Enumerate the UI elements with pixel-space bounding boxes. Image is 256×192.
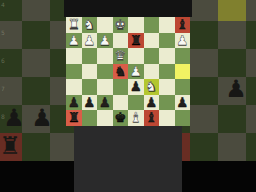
square-g1: ♞ [82,17,98,33]
square-g6: ♟ [82,95,98,111]
dim-black-pawn-icon: ♟ [222,75,250,103]
square-h7: ♜ [66,110,82,126]
square-a7 [175,110,191,126]
square-e4: ♞ [113,64,129,80]
square-c3 [144,48,160,64]
dim-black-rook-icon: ♜ [0,132,24,160]
square-b4 [159,64,175,80]
white-knight-icon: ♞ [82,17,98,33]
white-pawn-icon: ♟ [175,33,191,49]
square-b5 [159,79,175,95]
square-e7: ♚ [113,110,129,126]
white-queen-icon: ♛ [113,48,129,64]
dim-rank-coordinate: 4 [1,1,5,8]
video-bottom-area [74,126,182,192]
white-pawn-icon: ♟ [128,64,144,80]
square-f7 [97,110,113,126]
dim-rank-coordinate: 7 [1,85,5,92]
square-a3 [175,48,191,64]
white-pawn-icon: ♟ [66,33,82,49]
black-pawn-icon: ♟ [144,95,160,111]
square-g7 [82,110,98,126]
square-c7: ♝ [144,110,160,126]
white-pawn-icon: ♟ [82,33,98,49]
square-a6: ♟ [175,95,191,111]
black-pawn-icon: ♟ [175,95,191,111]
dim-yellow-square [218,0,246,21]
square-d7: ♝ [128,110,144,126]
chess-board: ♜♞♚♝♟♟♟♜♟♛♞♟♟♞♟♟♟♟♟♜♚♝♝ [66,17,190,126]
square-h3 [66,48,82,64]
dim-rank-coordinate: 8 [1,113,5,120]
square-e3: ♛ [113,48,129,64]
square-b1 [159,17,175,33]
black-pawn-icon: ♟ [82,95,98,111]
square-d2: ♜ [128,33,144,49]
square-f4 [97,64,113,80]
black-bishop-icon: ♝ [175,17,191,33]
square-a2: ♟ [175,33,191,49]
square-g4 [82,64,98,80]
square-g2: ♟ [82,33,98,49]
square-d6 [128,95,144,111]
black-pawn-icon: ♟ [97,95,113,111]
square-g3 [82,48,98,64]
white-bishop-icon: ♝ [128,110,144,126]
square-f1 [97,17,113,33]
square-c4 [144,64,160,80]
square-d3 [128,48,144,64]
video-top-bar [64,0,192,17]
white-rook-icon: ♜ [66,17,82,33]
square-d1 [128,17,144,33]
black-king-icon: ♚ [113,110,129,126]
square-c6: ♟ [144,95,160,111]
square-f2: ♟ [97,33,113,49]
dim-rank-coordinate: 6 [1,57,5,64]
dim-black-pawn-icon: ♟ [28,104,56,132]
square-b7 [159,110,175,126]
square-b3 [159,48,175,64]
square-e6 [113,95,129,111]
square-c1 [144,17,160,33]
square-h2: ♟ [66,33,82,49]
square-h6: ♟ [66,95,82,111]
square-b2 [159,33,175,49]
square-f5 [97,79,113,95]
square-e2 [113,33,129,49]
square-a1: ♝ [175,17,191,33]
square-c2 [144,33,160,49]
black-pawn-icon: ♟ [66,95,82,111]
white-pawn-icon: ♟ [97,33,113,49]
square-d4: ♟ [128,64,144,80]
square-e1: ♚ [113,17,129,33]
square-a5 [175,79,191,95]
dim-rank-coordinate: 5 [1,29,5,36]
square-h4 [66,64,82,80]
black-pawn-icon: ♟ [128,79,144,95]
white-knight-icon: ♞ [144,79,160,95]
video-frame[interactable]: ♟♟♜♟45678 ♜♞♚♝♟♟♟♜♟♛♞♟♟♞♟♟♟♟♟♜♚♝♝ [0,0,256,192]
square-f6: ♟ [97,95,113,111]
square-e5 [113,79,129,95]
white-king-icon: ♚ [113,17,129,33]
square-h1: ♜ [66,17,82,33]
square-b6 [159,95,175,111]
square-f3 [97,48,113,64]
black-knight-icon: ♞ [113,64,129,80]
black-rook-icon: ♜ [66,110,82,126]
square-g5 [82,79,98,95]
square-a4 [175,64,191,80]
black-bishop-icon: ♝ [144,110,160,126]
square-c5: ♞ [144,79,160,95]
black-rook-icon: ♜ [128,33,144,49]
square-h5 [66,79,82,95]
square-d5: ♟ [128,79,144,95]
